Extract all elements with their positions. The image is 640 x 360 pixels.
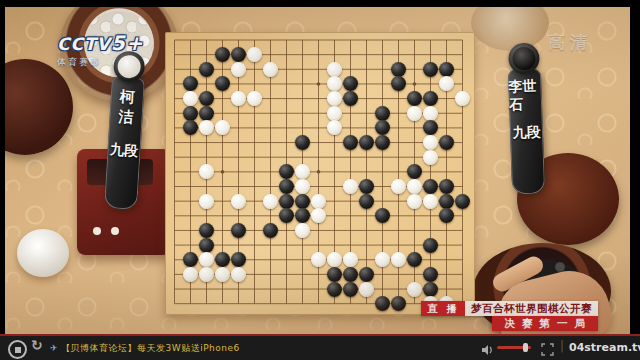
white-stone: [327, 91, 342, 106]
black-stone: [423, 120, 438, 135]
stop-button[interactable]: [8, 340, 27, 359]
black-stone: [455, 194, 470, 209]
black-stone: [279, 208, 294, 223]
black-stone: [279, 164, 294, 179]
black-stone: [407, 91, 422, 106]
white-stone: [263, 62, 278, 77]
white-stone: [215, 120, 230, 135]
white-stone: [183, 91, 198, 106]
black-stone: [231, 47, 246, 62]
black-stone: [359, 267, 374, 282]
black-stone-bowl: [473, 243, 611, 334]
black-stone: [295, 194, 310, 209]
black-stone: [391, 76, 406, 91]
black-stone: [295, 208, 310, 223]
white-stone: [199, 164, 214, 179]
player-hand-finger: [490, 253, 546, 294]
white-stone: [327, 120, 342, 135]
black-stone: [439, 179, 454, 194]
white-stone: [215, 267, 230, 282]
white-stone: [359, 282, 374, 297]
black-stone: [375, 120, 390, 135]
white-stone: [407, 282, 422, 297]
black-stone: [439, 194, 454, 209]
player-left-rank: 九段: [110, 140, 139, 160]
white-stone: [311, 252, 326, 267]
black-stone: [183, 120, 198, 135]
ticker-text: ✈【贝博体育论坛】每天发3W贴送iPhone6: [50, 342, 240, 355]
site-label: 04stream.tv: [569, 341, 640, 354]
black-stone: [375, 135, 390, 150]
black-stone: [199, 91, 214, 106]
black-stone: [391, 62, 406, 77]
volume-slider[interactable]: [497, 346, 531, 349]
black-stone: [423, 91, 438, 106]
black-stone: [407, 252, 422, 267]
white-stone: [263, 194, 278, 209]
black-stone: [215, 252, 230, 267]
white-stone: [295, 223, 310, 238]
white-stone: [199, 267, 214, 282]
player-right-rank: 九段: [512, 123, 541, 142]
black-stone: [199, 223, 214, 238]
black-stone: [343, 91, 358, 106]
black-stone: [199, 238, 214, 253]
live-badge: 直 播: [421, 301, 465, 316]
black-stone: [215, 76, 230, 91]
white-stone: [407, 179, 422, 194]
video-player: 柯 洁 九段 李世石 九段 CCTV5+ 体育赛事 高清 直 播 梦百合杯世界围…: [0, 0, 640, 360]
white-stone: [407, 194, 422, 209]
channel-name: CCTV: [57, 34, 111, 54]
channel-subtitle: 体育赛事: [57, 56, 143, 69]
black-stone: [439, 208, 454, 223]
black-stone: [407, 164, 422, 179]
black-stone: [199, 106, 214, 121]
black-stone: [423, 238, 438, 253]
go-board: [165, 32, 475, 315]
black-stone: [375, 296, 390, 311]
white-stone: [247, 47, 262, 62]
seek-bar[interactable]: [0, 334, 640, 336]
clock-display: [87, 159, 153, 185]
fullscreen-button[interactable]: [541, 341, 554, 360]
black-stone: [327, 282, 342, 297]
white-stone: [231, 62, 246, 77]
player-hand: [490, 262, 616, 334]
game-clock: [77, 149, 171, 255]
white-stone: [391, 179, 406, 194]
black-stone: [423, 282, 438, 297]
black-stone: [263, 223, 278, 238]
white-stone: [343, 179, 358, 194]
white-stone: [439, 76, 454, 91]
caption-row1: 直 播 梦百合杯世界围棋公开赛: [421, 301, 598, 316]
white-stone: [423, 194, 438, 209]
white-stone: [311, 208, 326, 223]
white-stone: [375, 252, 390, 267]
black-stone: [343, 267, 358, 282]
white-stone: [231, 194, 246, 209]
black-stone: [199, 62, 214, 77]
black-stone: [343, 282, 358, 297]
white-stone: [327, 252, 342, 267]
white-stone: [327, 62, 342, 77]
black-stone: [295, 135, 310, 150]
bowl-lid-left: [5, 59, 73, 155]
player-left-name-1: 柯: [119, 87, 135, 108]
black-stone: [183, 76, 198, 91]
black-stone: [343, 135, 358, 150]
divider: |: [560, 339, 564, 353]
white-stone: [423, 296, 438, 311]
ticker-icon: ✈: [50, 343, 58, 353]
speaker-icon[interactable]: [482, 341, 494, 360]
game-label: 决赛第一局: [492, 316, 599, 331]
tag-holder-left: [113, 50, 146, 83]
letterbox-left: [0, 0, 5, 334]
black-stone: [439, 62, 454, 77]
player-left-name-2: 洁: [118, 107, 134, 128]
black-stone: [359, 135, 374, 150]
hd-watermark: 高清: [548, 31, 592, 54]
black-stone: [183, 106, 198, 121]
black-stone: [343, 76, 358, 91]
volume-handle[interactable]: [523, 343, 528, 352]
white-stone: [199, 194, 214, 209]
black-stones-in-bowl: [503, 259, 583, 313]
white-stone: [199, 120, 214, 135]
black-stone: [215, 47, 230, 62]
channel-number: 5+: [111, 31, 144, 55]
white-stone: [423, 106, 438, 121]
white-stone: [231, 267, 246, 282]
white-stone: [423, 135, 438, 150]
black-stone: [359, 194, 374, 209]
black-stone: [423, 62, 438, 77]
white-stone: [327, 76, 342, 91]
white-stone: [455, 91, 470, 106]
player-tag-left: 柯 洁 九段: [104, 76, 145, 210]
black-stone: [231, 223, 246, 238]
broadcast-frame[interactable]: 柯 洁 九段 李世石 九段 CCTV5+ 体育赛事 高清 直 播 梦百合杯世界围…: [5, 7, 630, 334]
bowl-lid-right: [517, 153, 619, 245]
white-stone: [391, 252, 406, 267]
white-stone: [295, 179, 310, 194]
player-tag-right: 李世石 九段: [508, 68, 545, 194]
refresh-button[interactable]: ↻: [31, 337, 43, 353]
tag-holder-right: [508, 43, 540, 75]
white-stone: [327, 106, 342, 121]
player-right-name: 李世石: [508, 76, 542, 113]
black-stone: [279, 194, 294, 209]
channel-logo: CCTV5+ 体育赛事: [57, 31, 143, 69]
white-stone: [295, 164, 310, 179]
black-stone: [423, 267, 438, 282]
white-stone: [247, 91, 262, 106]
black-stone: [375, 106, 390, 121]
black-stone: [359, 179, 374, 194]
black-stone-icon: [512, 47, 536, 71]
black-stone: [391, 296, 406, 311]
player-control-bar: ↻ ✈【贝博体育论坛】每天发3W贴送iPhone6 | 04stream.tv: [0, 334, 640, 360]
white-stone-bowl: [60, 7, 178, 101]
white-stones-in-bowl: [84, 11, 154, 77]
white-stone-icon: [117, 54, 141, 78]
letterbox-top: [0, 0, 640, 7]
black-stone: [439, 135, 454, 150]
black-stone: [375, 208, 390, 223]
letterbox-right: [630, 0, 640, 334]
white-stone: [423, 150, 438, 165]
white-stone: [407, 106, 422, 121]
white-stone: [439, 296, 454, 311]
teapot: [471, 7, 549, 51]
white-stone: [183, 267, 198, 282]
black-stone: [183, 252, 198, 267]
white-stone: [311, 194, 326, 209]
black-stone: [327, 267, 342, 282]
white-stone: [343, 252, 358, 267]
black-stone: [231, 252, 246, 267]
white-stone: [231, 91, 246, 106]
white-stone: [199, 252, 214, 267]
black-stone: [423, 179, 438, 194]
black-stone: [279, 179, 294, 194]
teacup: [17, 229, 69, 277]
event-title: 梦百合杯世界围棋公开赛: [465, 301, 598, 316]
